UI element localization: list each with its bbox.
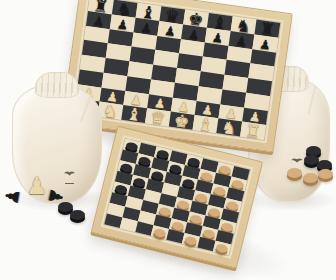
loose-black-checker-a <box>58 202 73 212</box>
loose-black-checker-b <box>70 210 85 220</box>
chess-square: ♝ <box>121 105 147 123</box>
chess-piece-natural-bishop: ♝ <box>197 117 214 133</box>
chess-piece-natural-queen: ♛ <box>149 110 166 126</box>
checker-natural <box>153 227 167 238</box>
chess-square: ♚ <box>169 112 195 130</box>
chess-grid: ♜♞♝♛♚♝♞♜♟♟♟♟♟♟♟♟♟♟♟♟♟♟♟♟♜♞♝♛♚♝♞♜ <box>73 0 282 141</box>
left-bag-drawstring <box>80 94 92 123</box>
logo-text-bar <box>65 183 74 185</box>
checker-natural <box>215 243 229 254</box>
chess-piece-natural-bishop: ♝ <box>126 106 143 122</box>
checker-natural <box>184 235 198 246</box>
chess-piece-natural-rook: ♜ <box>244 123 261 139</box>
chess-square: ♞ <box>216 118 242 136</box>
chess-square: ♜ <box>240 122 266 140</box>
chess-board-surface: ♜♞♝♛♚♝♞♜♟♟♟♟♟♟♟♟♟♟♟♟♟♟♟♟♜♞♝♛♚♝♞♜ <box>70 0 283 143</box>
bird-icon <box>291 157 303 165</box>
checkers-board-surface <box>101 135 254 259</box>
chess-piece-natural-king: ♚ <box>173 113 190 129</box>
checkers-grid <box>103 138 251 257</box>
chess-piece-natural-knight: ♞ <box>102 103 119 119</box>
chess-pawn-black-lying-glyph: ♟ <box>0 187 23 207</box>
loose-natural-checker-1 <box>287 168 302 178</box>
loose-natural-checker-3 <box>318 169 333 179</box>
brand-logo-icon <box>64 163 75 185</box>
chess-square: ♝ <box>193 115 219 133</box>
chess-square: ♛ <box>145 108 171 126</box>
loose-natural-checker-2 <box>303 173 318 183</box>
product-photo-scene: ♜♞♝♛♚♝♞♜♟♟♟♟♟♟♟♟♟♟♟♟♟♟♟♟♜♞♝♛♚♝♞♜ ♟♟♟ <box>0 0 336 280</box>
bird-icon <box>64 170 75 178</box>
right-bag-drawstring <box>307 85 316 115</box>
chess-piece-natural-knight: ♞ <box>221 120 238 136</box>
left-bag-gathered-neck <box>35 72 79 98</box>
loose-black-pawn-left: ♟ <box>0 187 23 207</box>
